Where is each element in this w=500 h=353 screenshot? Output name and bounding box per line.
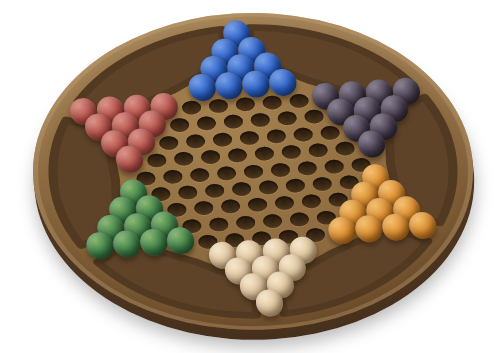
hole-r7-c5[interactable] xyxy=(212,132,233,147)
hole-r5-c7[interactable] xyxy=(235,97,256,112)
hole-r8-c7[interactable] xyxy=(281,145,302,160)
product-photo-scene xyxy=(0,0,500,353)
hole-r5-c6[interactable] xyxy=(208,99,229,114)
hole-r9-c5[interactable] xyxy=(243,164,264,179)
hole-r11-c6[interactable] xyxy=(247,198,268,213)
hole-r8-c4[interactable] xyxy=(200,150,221,165)
orange-marble[interactable] xyxy=(407,211,437,240)
hole-r10-c3[interactable] xyxy=(178,185,199,200)
hole-r11-c5[interactable] xyxy=(220,199,241,214)
hole-r9-c2[interactable] xyxy=(162,169,183,184)
hole-r10-c7[interactable] xyxy=(285,178,306,193)
hole-r11-c4[interactable] xyxy=(193,201,214,216)
hole-r12-c7[interactable] xyxy=(262,213,283,228)
hole-r9-c8[interactable] xyxy=(323,159,344,174)
hole-r12-c5[interactable] xyxy=(208,217,229,232)
hole-r8-c9[interactable] xyxy=(335,141,356,156)
hole-r6-c5[interactable] xyxy=(196,116,217,131)
hole-r11-c7[interactable] xyxy=(274,196,295,211)
board-cells-layer xyxy=(15,0,492,343)
hole-r5-c5[interactable] xyxy=(181,100,202,115)
hole-r12-c8[interactable] xyxy=(289,212,310,227)
hole-r9-c4[interactable] xyxy=(216,166,237,181)
hole-r8-c6[interactable] xyxy=(254,146,275,161)
hole-r10-c5[interactable] xyxy=(231,182,252,197)
hole-r8-c5[interactable] xyxy=(227,148,248,163)
hole-r8-c3[interactable] xyxy=(173,151,194,166)
hole-r6-c4[interactable] xyxy=(169,118,190,133)
hole-r8-c8[interactable] xyxy=(308,143,329,158)
hole-r6-c8[interactable] xyxy=(277,111,298,126)
hole-r10-c8[interactable] xyxy=(312,177,333,192)
blue-marble[interactable] xyxy=(268,68,298,97)
hole-r5-c9[interactable] xyxy=(288,93,309,108)
board-rotation-wrapper xyxy=(15,0,492,343)
hole-r8-c2[interactable] xyxy=(147,153,168,168)
hole-r10-c6[interactable] xyxy=(258,180,279,195)
hole-r7-c7[interactable] xyxy=(266,129,287,144)
hole-r7-c6[interactable] xyxy=(239,130,260,145)
hole-r7-c8[interactable] xyxy=(292,127,313,142)
hole-r6-c9[interactable] xyxy=(304,109,325,124)
hole-r9-c7[interactable] xyxy=(297,161,318,176)
hole-r7-c3[interactable] xyxy=(158,135,179,150)
hole-r6-c7[interactable] xyxy=(250,113,271,128)
hole-r10-c4[interactable] xyxy=(204,183,225,198)
hole-r5-c8[interactable] xyxy=(261,95,282,110)
hole-r7-c4[interactable] xyxy=(185,134,206,149)
perspective-wrapper xyxy=(33,13,473,330)
hole-r11-c8[interactable] xyxy=(301,194,322,209)
hole-r9-c3[interactable] xyxy=(189,167,210,182)
hole-r9-c6[interactable] xyxy=(270,162,291,177)
hole-r7-c9[interactable] xyxy=(319,125,340,140)
hole-r12-c6[interactable] xyxy=(235,215,256,230)
hole-r6-c6[interactable] xyxy=(223,114,244,129)
